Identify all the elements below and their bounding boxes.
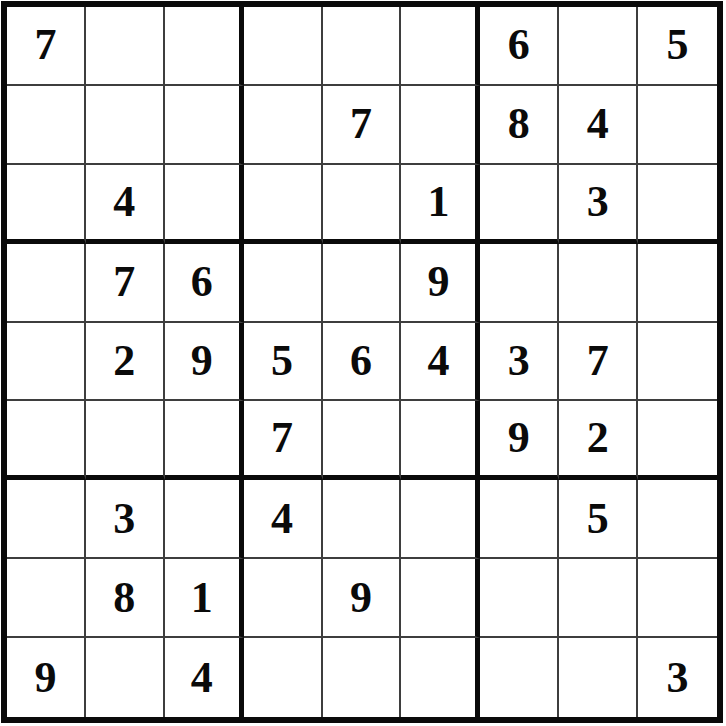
given-digit: 6	[508, 23, 530, 67]
cell-r9c6[interactable]	[401, 638, 480, 717]
given-digit: 3	[113, 497, 135, 541]
sudoku-board: 7657844137692956437792345819943	[1, 1, 723, 723]
cell-r2c1[interactable]	[7, 86, 86, 165]
cell-r1c7[interactable]: 6	[480, 7, 559, 86]
cell-r1c2[interactable]	[86, 7, 165, 86]
given-digit: 2	[113, 339, 135, 383]
cell-r9c9[interactable]: 3	[638, 638, 717, 717]
cell-r9c7[interactable]	[480, 638, 559, 717]
cell-r6c4[interactable]: 7	[244, 401, 323, 480]
cell-r6c3[interactable]	[165, 401, 244, 480]
given-digit: 4	[427, 339, 449, 383]
cell-r7c9[interactable]	[638, 480, 717, 559]
cell-r5c3[interactable]: 9	[165, 323, 244, 402]
cell-r3c4[interactable]	[244, 165, 323, 244]
cell-r4c3[interactable]: 6	[165, 244, 244, 323]
cell-r1c4[interactable]	[244, 7, 323, 86]
given-digit: 7	[34, 23, 56, 67]
cell-r9c8[interactable]	[559, 638, 638, 717]
given-digit: 9	[427, 260, 449, 304]
cell-r3c3[interactable]	[165, 165, 244, 244]
cell-r8c3[interactable]: 1	[165, 559, 244, 638]
cell-r4c2[interactable]: 7	[86, 244, 165, 323]
given-digit: 9	[350, 576, 372, 620]
cell-r2c4[interactable]	[244, 86, 323, 165]
given-digit: 2	[587, 416, 609, 460]
cell-r8c9[interactable]	[638, 559, 717, 638]
cell-r6c2[interactable]	[86, 401, 165, 480]
cell-r5c9[interactable]	[638, 323, 717, 402]
given-digit: 9	[34, 656, 56, 700]
cell-r1c5[interactable]	[323, 7, 402, 86]
cell-r4c6[interactable]: 9	[401, 244, 480, 323]
cell-r7c5[interactable]	[323, 480, 402, 559]
cell-r1c8[interactable]	[559, 7, 638, 86]
cell-r5c5[interactable]: 6	[323, 323, 402, 402]
cell-r7c3[interactable]	[165, 480, 244, 559]
given-digit: 1	[427, 180, 449, 224]
cell-r3c5[interactable]	[323, 165, 402, 244]
cell-r8c8[interactable]	[559, 559, 638, 638]
given-digit: 6	[350, 339, 372, 383]
given-digit: 4	[587, 102, 609, 146]
cell-r8c6[interactable]	[401, 559, 480, 638]
cell-r8c1[interactable]	[7, 559, 86, 638]
cell-r8c5[interactable]: 9	[323, 559, 402, 638]
cell-r6c1[interactable]	[7, 401, 86, 480]
cell-r2c6[interactable]	[401, 86, 480, 165]
given-digit: 5	[587, 497, 609, 541]
cell-r3c1[interactable]	[7, 165, 86, 244]
cell-r6c8[interactable]: 2	[559, 401, 638, 480]
sudoku-page: 7657844137692956437792345819943	[0, 0, 726, 726]
cell-r7c4[interactable]: 4	[244, 480, 323, 559]
cell-r5c2[interactable]: 2	[86, 323, 165, 402]
given-digit: 7	[113, 260, 135, 304]
cell-r4c1[interactable]	[7, 244, 86, 323]
cell-r7c7[interactable]	[480, 480, 559, 559]
cell-r4c8[interactable]	[559, 244, 638, 323]
given-digit: 5	[271, 339, 293, 383]
given-digit: 4	[271, 497, 293, 541]
cell-r5c1[interactable]	[7, 323, 86, 402]
cell-r8c2[interactable]: 8	[86, 559, 165, 638]
cell-r6c6[interactable]	[401, 401, 480, 480]
given-digit: 8	[508, 102, 530, 146]
cell-r6c7[interactable]: 9	[480, 401, 559, 480]
given-digit: 5	[667, 23, 689, 67]
cell-r4c7[interactable]	[480, 244, 559, 323]
cell-r7c8[interactable]: 5	[559, 480, 638, 559]
cell-r3c6[interactable]: 1	[401, 165, 480, 244]
cell-r3c9[interactable]	[638, 165, 717, 244]
cell-r2c7[interactable]: 8	[480, 86, 559, 165]
given-digit: 7	[350, 102, 372, 146]
cell-r6c9[interactable]	[638, 401, 717, 480]
cell-r4c9[interactable]	[638, 244, 717, 323]
cell-r5c6[interactable]: 4	[401, 323, 480, 402]
given-digit: 8	[113, 576, 135, 620]
cell-r9c3[interactable]: 4	[165, 638, 244, 717]
given-digit: 7	[271, 416, 293, 460]
given-digit: 3	[508, 339, 530, 383]
given-digit: 4	[113, 180, 135, 224]
cell-r6c5[interactable]	[323, 401, 402, 480]
given-digit: 3	[667, 656, 689, 700]
cell-r8c4[interactable]	[244, 559, 323, 638]
cell-r2c2[interactable]	[86, 86, 165, 165]
given-digit: 6	[191, 260, 213, 304]
cell-r5c4[interactable]: 5	[244, 323, 323, 402]
cell-r2c8[interactable]: 4	[559, 86, 638, 165]
cell-r2c5[interactable]: 7	[323, 86, 402, 165]
given-digit: 7	[587, 339, 609, 383]
cell-r1c6[interactable]	[401, 7, 480, 86]
cell-r4c4[interactable]	[244, 244, 323, 323]
cell-r5c7[interactable]: 3	[480, 323, 559, 402]
cell-r8c7[interactable]	[480, 559, 559, 638]
cell-r4c5[interactable]	[323, 244, 402, 323]
cell-r9c4[interactable]	[244, 638, 323, 717]
given-digit: 3	[587, 180, 609, 224]
cell-r5c8[interactable]: 7	[559, 323, 638, 402]
cell-r9c1[interactable]: 9	[7, 638, 86, 717]
cell-r9c2[interactable]	[86, 638, 165, 717]
cell-r7c2[interactable]: 3	[86, 480, 165, 559]
cell-r2c3[interactable]	[165, 86, 244, 165]
cell-r1c9[interactable]: 5	[638, 7, 717, 86]
cell-r3c7[interactable]	[480, 165, 559, 244]
cell-r1c1[interactable]: 7	[7, 7, 86, 86]
cell-r3c2[interactable]: 4	[86, 165, 165, 244]
cell-r3c8[interactable]: 3	[559, 165, 638, 244]
given-digit: 9	[191, 339, 213, 383]
cell-r9c5[interactable]	[323, 638, 402, 717]
cell-r7c1[interactable]	[7, 480, 86, 559]
cell-r1c3[interactable]	[165, 7, 244, 86]
given-digit: 1	[191, 576, 213, 620]
cell-r7c6[interactable]	[401, 480, 480, 559]
given-digit: 9	[508, 416, 530, 460]
given-digit: 4	[191, 656, 213, 700]
cell-r2c9[interactable]	[638, 86, 717, 165]
